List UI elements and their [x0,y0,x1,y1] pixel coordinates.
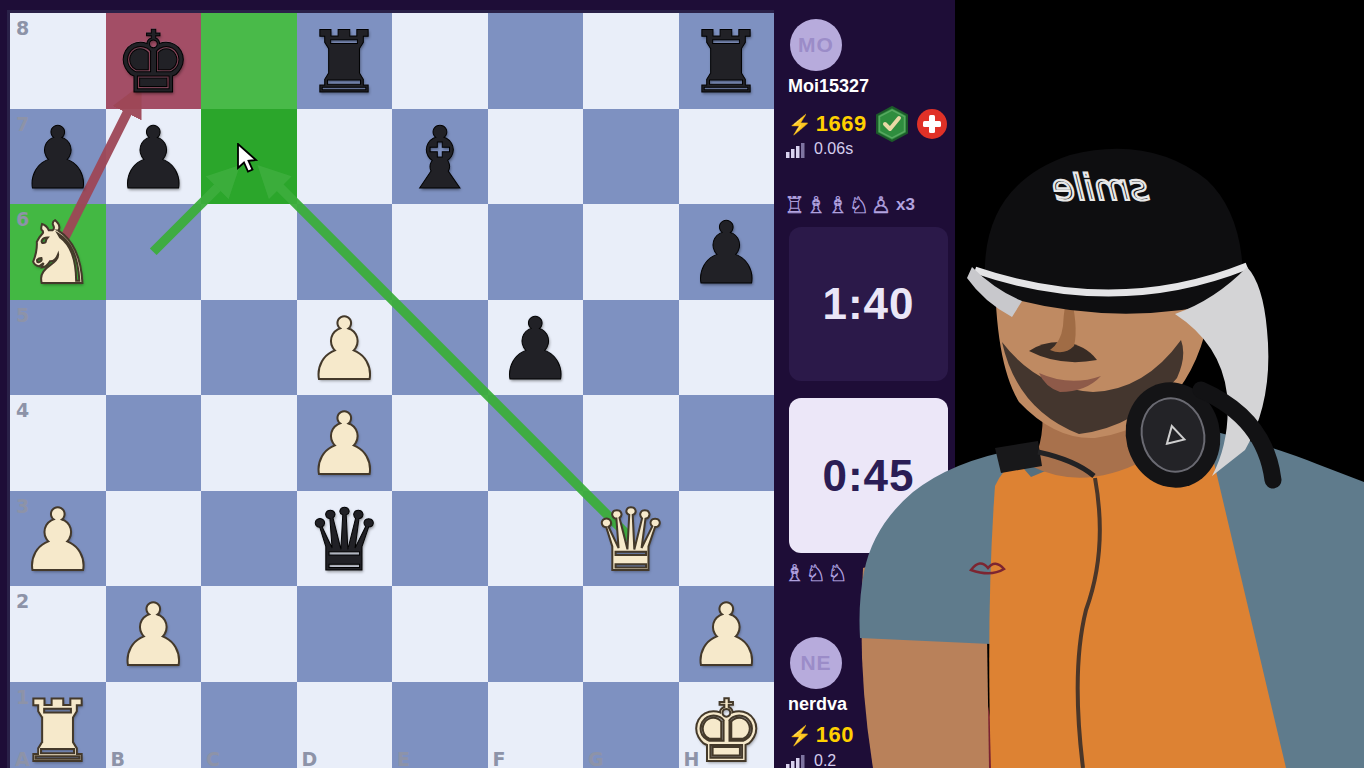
white-pawn-a3[interactable]: ♟ [10,491,106,587]
square-g6[interactable] [583,204,679,300]
square-c4[interactable] [201,395,297,491]
black-pawn-f5[interactable]: ♟ [488,300,584,396]
top-player-name[interactable]: Moi15327 [788,76,869,97]
highlight-c8 [201,13,297,109]
square-f4[interactable] [488,395,584,491]
black-pawn-b7[interactable]: ♟ [106,109,202,205]
bottom-player-captured: ♗♘♘ [784,560,849,586]
square-b3[interactable] [106,491,202,587]
square-d7[interactable] [297,109,393,205]
bottom-player-ping-row: 0.2 [786,752,836,768]
bottom-player-avatar[interactable]: NE [790,637,842,689]
square-h7[interactable] [679,109,775,205]
square-c3[interactable] [201,491,297,587]
square-b5[interactable] [106,300,202,396]
bottom-player-ping: 0.2 [814,752,836,768]
square-a5[interactable] [10,300,106,396]
square-b1[interactable] [106,682,202,768]
square-a8[interactable] [10,13,106,109]
square-e8[interactable] [392,13,488,109]
white-knight-a6[interactable]: ♞ [10,204,106,300]
square-e2[interactable] [392,586,488,682]
top-player-ping-row: 0.06s [786,140,853,158]
white-king-h1[interactable]: ♚ [679,682,775,768]
blitz-bolt-icon: ⚡ [788,113,812,136]
square-g1[interactable] [583,682,679,768]
signal-bars-icon [786,753,808,768]
square-g8[interactable] [583,13,679,109]
square-f8[interactable] [488,13,584,109]
square-e4[interactable] [392,395,488,491]
square-a4[interactable] [10,395,106,491]
square-g7[interactable] [583,109,679,205]
square-d1[interactable] [297,682,393,768]
square-e3[interactable] [392,491,488,587]
square-e5[interactable] [392,300,488,396]
chess-board[interactable]: 87654321ABCDEFGH♚♜♜♟♟♝♞♟♟♟♟♟♛♛♟♟♜♚ [10,13,774,768]
hat-logo-text: smile [1053,167,1151,208]
square-e6[interactable] [392,204,488,300]
black-pawn-h6[interactable]: ♟ [679,204,775,300]
black-rook-h8[interactable]: ♜ [679,13,775,109]
blitz-bolt-icon: ⚡ [788,724,812,747]
white-rook-a1[interactable]: ♜ [10,682,106,768]
square-b6[interactable] [106,204,202,300]
square-h4[interactable] [679,395,775,491]
square-d6[interactable] [297,204,393,300]
square-f3[interactable] [488,491,584,587]
black-bishop-e7[interactable]: ♝ [392,109,488,205]
square-f1[interactable] [488,682,584,768]
square-g4[interactable] [583,395,679,491]
black-pawn-a7[interactable]: ♟ [10,109,106,205]
black-king-b8[interactable]: ♚ [106,13,202,109]
square-h5[interactable] [679,300,775,396]
square-c1[interactable] [201,682,297,768]
square-f2[interactable] [488,586,584,682]
streamer-webcam-person: smile [845,130,1364,768]
white-pawn-d4[interactable]: ♟ [297,395,393,491]
square-c6[interactable] [201,204,297,300]
square-e1[interactable] [392,682,488,768]
white-queen-g3[interactable]: ♛ [583,491,679,587]
square-d2[interactable] [297,586,393,682]
square-g5[interactable] [583,300,679,396]
signal-bars-icon [786,141,808,158]
square-c2[interactable] [201,586,297,682]
square-c5[interactable] [201,300,297,396]
white-pawn-h2[interactable]: ♟ [679,586,775,682]
black-rook-d8[interactable]: ♜ [297,13,393,109]
white-pawn-d5[interactable]: ♟ [297,300,393,396]
board-frame: 87654321ABCDEFGH♚♜♜♟♟♝♞♟♟♟♟♟♛♛♟♟♜♚ [7,10,777,768]
square-f6[interactable] [488,204,584,300]
top-player-avatar[interactable]: MO [790,19,842,71]
square-b4[interactable] [106,395,202,491]
black-queen-d3[interactable]: ♛ [297,491,393,587]
bottom-player-name[interactable]: nerdva [788,694,847,715]
square-a2[interactable] [10,586,106,682]
highlight-c7 [201,109,297,205]
captured-pieces-bottom: ♗♘♘ [784,560,849,586]
white-pawn-b2[interactable]: ♟ [106,586,202,682]
square-f7[interactable] [488,109,584,205]
square-h3[interactable] [679,491,775,587]
square-g2[interactable] [583,586,679,682]
